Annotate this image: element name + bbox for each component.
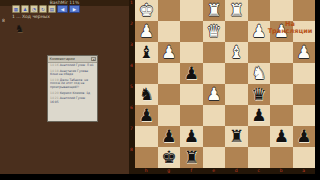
square-h3[interactable]: ♝	[135, 42, 158, 63]
chess-app-window: BashMir 11% ▦♟◔↻▤◀▶ 1 ... Ход черных 8 ♞…	[0, 0, 315, 174]
square-b5[interactable]	[270, 84, 293, 105]
square-f7[interactable]: ♟	[180, 126, 203, 147]
square-b6[interactable]	[270, 105, 293, 126]
comment-item: 14:16Анатолий Гусев: Л:e1	[50, 64, 95, 68]
square-b4[interactable]	[270, 63, 293, 84]
black-pawn-g7[interactable]: ♟	[158, 126, 181, 147]
square-a6[interactable]	[293, 105, 316, 126]
square-g6[interactable]	[158, 105, 181, 126]
square-g2[interactable]	[158, 21, 181, 42]
comment-time: 14:20	[50, 91, 59, 95]
square-h2[interactable]: ♟	[135, 21, 158, 42]
comments-window: Комментарии × 14:16Анатолий Гусев: Л:e11…	[47, 55, 98, 122]
square-h4[interactable]	[135, 63, 158, 84]
next-move-button[interactable]: ▶	[69, 5, 80, 13]
square-e3[interactable]	[203, 42, 226, 63]
square-a8[interactable]	[293, 147, 316, 168]
square-f4[interactable]: ♟	[180, 63, 203, 84]
square-g8[interactable]: ♚	[158, 147, 181, 168]
white-pawn-a3[interactable]: ♟	[293, 42, 316, 63]
comment-item: 14:21Анатолий Гусев: 16:05	[50, 97, 95, 104]
move-counter: 8	[2, 18, 5, 23]
square-b8[interactable]	[270, 147, 293, 168]
square-g3[interactable]: ♟	[158, 42, 181, 63]
square-g7[interactable]: ♟	[158, 126, 181, 147]
black-bishop-h3[interactable]: ♝	[135, 42, 158, 63]
square-d4[interactable]	[225, 63, 248, 84]
watermark-line2: Трансляции	[264, 28, 316, 35]
prev-move-button[interactable]: ◀	[57, 5, 68, 13]
square-a5[interactable]	[293, 84, 316, 105]
square-c1[interactable]	[248, 0, 271, 21]
square-b3[interactable]	[270, 42, 293, 63]
file-label-d: d	[225, 168, 248, 174]
square-e8[interactable]	[203, 147, 226, 168]
white-king-h1[interactable]: ♚	[135, 0, 158, 21]
white-pawn-h2[interactable]: ♟	[135, 21, 158, 42]
clock-button[interactable]: ◔	[30, 5, 38, 13]
white-rook-e1[interactable]: ♜	[203, 0, 226, 21]
square-a4[interactable]	[293, 63, 316, 84]
white-bishop-d3[interactable]: ♝	[225, 42, 248, 63]
toolbar: ▦♟◔↻▤◀▶	[12, 5, 80, 13]
square-d5[interactable]	[225, 84, 248, 105]
square-f8[interactable]: ♜	[180, 147, 203, 168]
file-label-h: h	[135, 168, 158, 174]
square-b7[interactable]: ♟	[270, 126, 293, 147]
list-button[interactable]: ▤	[48, 5, 56, 13]
white-pawn-g3[interactable]: ♟	[158, 42, 181, 63]
square-c7[interactable]	[248, 126, 271, 147]
square-d3[interactable]: ♝	[225, 42, 248, 63]
square-e4[interactable]	[203, 63, 226, 84]
white-pawn-e5[interactable]: ♟	[203, 84, 226, 105]
knight-icon: ♞	[15, 23, 24, 34]
square-d8[interactable]	[225, 147, 248, 168]
file-labels: hgfedcba	[135, 168, 315, 174]
square-h1[interactable]: ♚	[135, 0, 158, 21]
square-c5[interactable]: ♛	[248, 84, 271, 105]
comment-item: 14:19Джон Табаков: не похож ли этот ход …	[50, 79, 95, 90]
square-e6[interactable]	[203, 105, 226, 126]
square-b1[interactable]	[270, 0, 293, 21]
square-e1[interactable]: ♜	[203, 0, 226, 21]
comment-item: 14:20Кирилл Климов: 1д	[50, 92, 95, 96]
square-f5[interactable]	[180, 84, 203, 105]
square-a7[interactable]: ♟	[293, 126, 316, 147]
square-e7[interactable]	[203, 126, 226, 147]
square-f1[interactable]	[180, 0, 203, 21]
file-label-a: a	[293, 168, 316, 174]
square-c8[interactable]	[248, 147, 271, 168]
square-d2[interactable]	[225, 21, 248, 42]
comment-item: 14:18Анастасия Гусева: Кони на обеде	[50, 70, 95, 77]
square-g5[interactable]	[158, 84, 181, 105]
black-king-g8[interactable]: ♚	[158, 147, 181, 168]
comment-time: 14:16	[50, 63, 59, 67]
black-pawn-f7[interactable]: ♟	[180, 126, 203, 147]
comment-text: Анатолий Гусев: Л:e1	[60, 63, 94, 67]
refresh-button[interactable]: ↻	[39, 5, 47, 13]
square-c6[interactable]: ♟	[248, 105, 271, 126]
black-pawn-f4[interactable]: ♟	[180, 63, 203, 84]
square-d6[interactable]	[225, 105, 248, 126]
square-a1[interactable]	[293, 0, 316, 21]
black-knight-h5[interactable]: ♞	[135, 84, 158, 105]
square-e5[interactable]: ♟	[203, 84, 226, 105]
square-g4[interactable]	[158, 63, 181, 84]
file-label-e: e	[203, 168, 226, 174]
square-h8[interactable]	[135, 147, 158, 168]
comments-list: 14:16Анатолий Гусев: Л:e114:18Анастасия …	[48, 63, 97, 108]
file-label-c: c	[248, 168, 271, 174]
square-c4[interactable]: ♞	[248, 63, 271, 84]
close-icon[interactable]: ×	[91, 57, 96, 62]
black-pawn-c6[interactable]: ♟	[248, 105, 271, 126]
square-f2[interactable]	[180, 21, 203, 42]
square-d7[interactable]: ♜	[225, 126, 248, 147]
black-pawn-b7[interactable]: ♟	[270, 126, 293, 147]
square-h5[interactable]: ♞	[135, 84, 158, 105]
black-queen-c5[interactable]: ♛	[248, 84, 271, 105]
square-h7[interactable]	[135, 126, 158, 147]
square-e2[interactable]: ♛	[203, 21, 226, 42]
file-label-g: g	[158, 168, 181, 174]
black-rook-d7[interactable]: ♜	[225, 126, 248, 147]
square-f6[interactable]	[180, 105, 203, 126]
players-button[interactable]: ♟	[21, 5, 29, 13]
square-c3[interactable]	[248, 42, 271, 63]
comment-text: Кирилл Климов: 1д	[60, 91, 91, 95]
white-queen-e2[interactable]: ♛	[203, 21, 226, 42]
broadcast-watermark: На Трансляции	[264, 21, 316, 35]
black-rook-f8[interactable]: ♜	[180, 147, 203, 168]
white-rook-d1[interactable]: ♜	[225, 0, 248, 21]
file-label-f: f	[180, 168, 203, 174]
square-g1[interactable]	[158, 0, 181, 21]
square-d1[interactable]: ♜	[225, 0, 248, 21]
black-pawn-a7[interactable]: ♟	[293, 126, 316, 147]
white-knight-c4[interactable]: ♞	[248, 63, 271, 84]
square-a3[interactable]: ♟	[293, 42, 316, 63]
move-status: 1 ... Ход черных	[12, 14, 50, 19]
file-label-b: b	[270, 168, 293, 174]
square-f3[interactable]	[180, 42, 203, 63]
square-h6[interactable]: ♟	[135, 105, 158, 126]
comments-title: Комментарии	[50, 57, 75, 61]
black-pawn-h6[interactable]: ♟	[135, 105, 158, 126]
board-button[interactable]: ▦	[12, 5, 20, 13]
